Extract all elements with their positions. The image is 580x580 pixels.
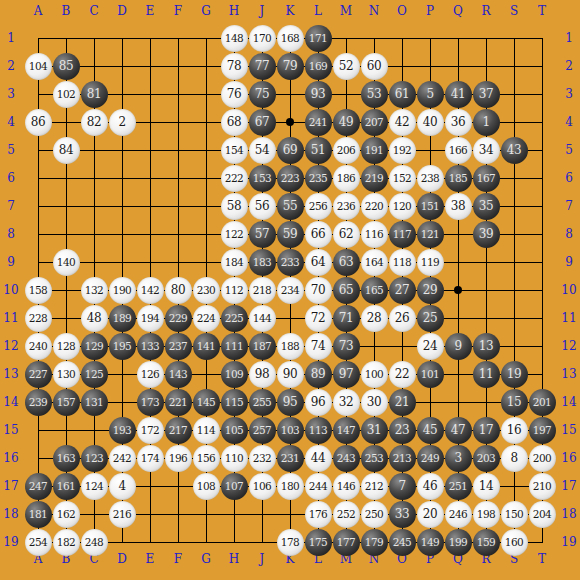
stone: 97 (333, 361, 360, 388)
stone: 198 (473, 501, 500, 528)
stone: 5 (417, 81, 444, 108)
stone: 93 (305, 81, 332, 108)
stone: 177 (333, 529, 360, 556)
stone: 119 (417, 249, 444, 276)
stone: 122 (221, 221, 248, 248)
stone: 55 (277, 193, 304, 220)
stone: 168 (277, 25, 304, 52)
stone: 114 (193, 417, 220, 444)
row-label: 9 (558, 252, 580, 272)
stone: 223 (277, 165, 304, 192)
stone: 64 (305, 249, 332, 276)
stone: 172 (137, 417, 164, 444)
col-label: O (388, 1, 416, 21)
row-label: 14 (0, 392, 22, 412)
stone: 241 (305, 109, 332, 136)
stone: 193 (109, 417, 136, 444)
stone: 231 (277, 445, 304, 472)
stone: 61 (389, 81, 416, 108)
row-label: 8 (0, 224, 22, 244)
stone: 78 (221, 53, 248, 80)
stone: 63 (333, 249, 360, 276)
stone: 98 (249, 361, 276, 388)
stone: 245 (389, 529, 416, 556)
stone: 95 (277, 389, 304, 416)
stone: 32 (333, 389, 360, 416)
stone: 167 (473, 165, 500, 192)
row-label: 16 (0, 448, 22, 468)
stone: 144 (249, 305, 276, 332)
row-label: 10 (558, 280, 580, 300)
stone: 133 (137, 333, 164, 360)
stone: 190 (109, 277, 136, 304)
stone: 251 (445, 473, 472, 500)
row-label: 19 (558, 532, 580, 552)
stone: 68 (221, 109, 248, 136)
go-game-record-diagram: ABCDEFGHJKLMNOPQRST ABCDEFGHJKLMNOPQRST … (0, 0, 580, 580)
stone: 3 (445, 445, 472, 472)
stone: 158 (25, 277, 52, 304)
stone: 247 (25, 473, 52, 500)
stone: 33 (389, 501, 416, 528)
stone: 65 (333, 277, 360, 304)
stone: 112 (221, 277, 248, 304)
stone: 228 (25, 305, 52, 332)
row-label: 1 (558, 28, 580, 48)
stone: 182 (53, 529, 80, 556)
stone: 69 (277, 137, 304, 164)
stone: 184 (221, 249, 248, 276)
stone: 58 (221, 193, 248, 220)
stone: 187 (249, 333, 276, 360)
stone: 86 (25, 109, 52, 136)
stone: 89 (305, 361, 332, 388)
stone: 101 (417, 361, 444, 388)
stone: 189 (109, 305, 136, 332)
col-label: H (220, 1, 248, 21)
stone: 85 (53, 53, 80, 80)
stone: 246 (445, 501, 472, 528)
stone: 90 (277, 361, 304, 388)
col-label: K (276, 1, 304, 21)
stone: 54 (249, 137, 276, 164)
stone: 230 (193, 277, 220, 304)
stone: 36 (445, 109, 472, 136)
row-label: 9 (0, 252, 22, 272)
stone: 250 (361, 501, 388, 528)
stone: 79 (277, 53, 304, 80)
stone: 131 (81, 389, 108, 416)
stone: 59 (277, 221, 304, 248)
stone: 123 (81, 445, 108, 472)
stone: 28 (361, 305, 388, 332)
stone: 254 (25, 529, 52, 556)
stone: 73 (333, 333, 360, 360)
stone: 2 (109, 109, 136, 136)
col-label: D (108, 1, 136, 21)
row-label: 13 (0, 364, 22, 384)
stone: 257 (249, 417, 276, 444)
stone: 21 (389, 389, 416, 416)
stone: 234 (277, 277, 304, 304)
stone: 31 (361, 417, 388, 444)
stone: 253 (361, 445, 388, 472)
stone: 42 (389, 109, 416, 136)
row-label: 2 (558, 56, 580, 76)
row-label: 17 (558, 476, 580, 496)
stone: 104 (25, 53, 52, 80)
stone: 243 (333, 445, 360, 472)
stone: 148 (221, 25, 248, 52)
stone: 9 (445, 333, 472, 360)
stone: 237 (165, 333, 192, 360)
row-label: 13 (558, 364, 580, 384)
row-label: 10 (0, 280, 22, 300)
stone: 183 (249, 249, 276, 276)
row-label: 4 (0, 112, 22, 132)
row-label: 2 (0, 56, 22, 76)
stone: 108 (193, 473, 220, 500)
stone: 96 (305, 389, 332, 416)
col-label: B (52, 1, 80, 21)
stone: 124 (81, 473, 108, 500)
stone: 147 (333, 417, 360, 444)
stone: 233 (277, 249, 304, 276)
col-label: R (472, 1, 500, 21)
stone: 48 (81, 305, 108, 332)
stone: 121 (417, 221, 444, 248)
stone: 201 (529, 389, 556, 416)
stone: 7 (389, 473, 416, 500)
row-label: 15 (558, 420, 580, 440)
stone: 176 (305, 501, 332, 528)
col-label: M (332, 1, 360, 21)
stone: 128 (53, 333, 80, 360)
stone: 75 (249, 81, 276, 108)
stone: 77 (249, 53, 276, 80)
stone: 15 (501, 389, 528, 416)
row-label: 6 (0, 168, 22, 188)
stone: 40 (417, 109, 444, 136)
stone: 203 (473, 445, 500, 472)
go-board[interactable]: 1481701681711048578777916952601028176759… (24, 24, 556, 556)
stone: 17 (473, 417, 500, 444)
row-label: 17 (0, 476, 22, 496)
stone: 142 (137, 277, 164, 304)
stone: 240 (25, 333, 52, 360)
row-label: 4 (558, 112, 580, 132)
stone: 107 (221, 473, 248, 500)
stone: 81 (81, 81, 108, 108)
stone: 140 (53, 249, 80, 276)
stone: 25 (417, 305, 444, 332)
stone: 102 (53, 81, 80, 108)
stone: 195 (109, 333, 136, 360)
stone: 1 (473, 109, 500, 136)
stone: 185 (445, 165, 472, 192)
stone: 163 (53, 445, 80, 472)
row-label: 18 (0, 504, 22, 524)
stone: 60 (361, 53, 388, 80)
stone: 242 (109, 445, 136, 472)
stone: 116 (361, 221, 388, 248)
stone: 111 (221, 333, 248, 360)
stone: 222 (221, 165, 248, 192)
stone: 255 (249, 389, 276, 416)
stone: 179 (361, 529, 388, 556)
col-label: S (500, 1, 528, 21)
stone: 11 (473, 361, 500, 388)
stone: 67 (249, 109, 276, 136)
stone: 153 (249, 165, 276, 192)
col-label: A (24, 1, 52, 21)
stone: 171 (305, 25, 332, 52)
stone: 216 (109, 501, 136, 528)
stone: 26 (389, 305, 416, 332)
stone: 141 (193, 333, 220, 360)
stone: 71 (333, 305, 360, 332)
row-label: 12 (558, 336, 580, 356)
stone: 49 (333, 109, 360, 136)
row-label: 18 (558, 504, 580, 524)
stone: 130 (53, 361, 80, 388)
col-label: F (164, 1, 192, 21)
stone: 23 (389, 417, 416, 444)
row-label: 5 (0, 140, 22, 160)
col-label: L (304, 1, 332, 21)
stone: 219 (361, 165, 388, 192)
stone: 41 (445, 81, 472, 108)
stone: 53 (361, 81, 388, 108)
stone: 4 (109, 473, 136, 500)
stone: 166 (445, 137, 472, 164)
stone: 110 (221, 445, 248, 472)
stone: 13 (473, 333, 500, 360)
stone: 239 (25, 389, 52, 416)
stone: 248 (81, 529, 108, 556)
stone: 16 (501, 417, 528, 444)
stone: 159 (473, 529, 500, 556)
stone: 109 (221, 361, 248, 388)
stone: 57 (249, 221, 276, 248)
stone: 30 (361, 389, 388, 416)
stone: 221 (165, 389, 192, 416)
stone: 82 (81, 109, 108, 136)
stone: 178 (277, 529, 304, 556)
stone: 19 (501, 361, 528, 388)
stone: 173 (137, 389, 164, 416)
stone: 213 (389, 445, 416, 472)
star-point (286, 118, 294, 126)
stone: 56 (249, 193, 276, 220)
stone: 186 (333, 165, 360, 192)
stone: 149 (417, 529, 444, 556)
stone: 249 (417, 445, 444, 472)
row-label: 6 (558, 168, 580, 188)
stone: 200 (529, 445, 556, 472)
stone: 24 (417, 333, 444, 360)
stone: 192 (389, 137, 416, 164)
stone: 244 (305, 473, 332, 500)
star-point (454, 286, 462, 294)
row-label: 12 (0, 336, 22, 356)
stone: 175 (305, 529, 332, 556)
stone: 164 (361, 249, 388, 276)
col-label: C (80, 1, 108, 21)
col-label: J (248, 1, 276, 21)
col-label: G (192, 1, 220, 21)
stone: 143 (165, 361, 192, 388)
row-label: 8 (558, 224, 580, 244)
stone: 117 (389, 221, 416, 248)
stone: 152 (389, 165, 416, 192)
stone: 132 (81, 277, 108, 304)
row-label: 15 (0, 420, 22, 440)
stone: 160 (501, 529, 528, 556)
row-label: 7 (0, 196, 22, 216)
stone: 118 (389, 249, 416, 276)
stone: 80 (165, 277, 192, 304)
stone: 165 (361, 277, 388, 304)
stone: 113 (305, 417, 332, 444)
stone: 170 (249, 25, 276, 52)
stone: 218 (249, 277, 276, 304)
row-label: 16 (558, 448, 580, 468)
stone: 51 (305, 137, 332, 164)
row-label: 11 (558, 308, 580, 328)
stone: 84 (53, 137, 80, 164)
row-label: 3 (558, 84, 580, 104)
stone: 14 (473, 473, 500, 500)
stone: 145 (193, 389, 220, 416)
stone: 224 (193, 305, 220, 332)
stone: 174 (137, 445, 164, 472)
row-label: 19 (0, 532, 22, 552)
stone: 180 (277, 473, 304, 500)
stone: 156 (193, 445, 220, 472)
stone: 204 (529, 501, 556, 528)
stone: 37 (473, 81, 500, 108)
stone: 191 (361, 137, 388, 164)
stone: 196 (165, 445, 192, 472)
row-label: 7 (558, 196, 580, 216)
stone: 46 (417, 473, 444, 500)
stone: 207 (361, 109, 388, 136)
stone: 125 (81, 361, 108, 388)
stone: 225 (221, 305, 248, 332)
stone: 238 (417, 165, 444, 192)
stone: 66 (305, 221, 332, 248)
stone: 151 (417, 193, 444, 220)
stone: 235 (305, 165, 332, 192)
stone: 220 (361, 193, 388, 220)
stone: 210 (529, 473, 556, 500)
stone: 34 (473, 137, 500, 164)
stone: 199 (445, 529, 472, 556)
stone: 227 (25, 361, 52, 388)
row-label: 14 (558, 392, 580, 412)
stone: 161 (53, 473, 80, 500)
stone: 212 (361, 473, 388, 500)
stone: 154 (221, 137, 248, 164)
stone: 72 (305, 305, 332, 332)
stone: 106 (249, 473, 276, 500)
stone: 100 (361, 361, 388, 388)
stone: 188 (277, 333, 304, 360)
stone: 150 (501, 501, 528, 528)
stone: 115 (221, 389, 248, 416)
stone: 129 (81, 333, 108, 360)
stone: 169 (305, 53, 332, 80)
stone: 44 (305, 445, 332, 472)
stone: 194 (137, 305, 164, 332)
stone: 35 (473, 193, 500, 220)
col-label: P (416, 1, 444, 21)
col-label: E (136, 1, 164, 21)
stone: 146 (333, 473, 360, 500)
stone: 74 (305, 333, 332, 360)
row-label: 5 (558, 140, 580, 160)
stone: 29 (417, 277, 444, 304)
stone: 181 (25, 501, 52, 528)
stone: 22 (389, 361, 416, 388)
stone: 8 (501, 445, 528, 472)
stone: 103 (277, 417, 304, 444)
row-label: 3 (0, 84, 22, 104)
stone: 45 (417, 417, 444, 444)
stone: 76 (221, 81, 248, 108)
stone: 52 (333, 53, 360, 80)
stone: 43 (501, 137, 528, 164)
col-label: T (528, 1, 556, 21)
stone: 162 (53, 501, 80, 528)
stone: 236 (333, 193, 360, 220)
stone: 20 (417, 501, 444, 528)
stone: 206 (333, 137, 360, 164)
stone: 47 (445, 417, 472, 444)
stone: 105 (221, 417, 248, 444)
stone: 39 (473, 221, 500, 248)
stone: 120 (389, 193, 416, 220)
stone: 217 (165, 417, 192, 444)
row-label: 11 (0, 308, 22, 328)
stone: 232 (249, 445, 276, 472)
row-label: 1 (0, 28, 22, 48)
stone: 256 (305, 193, 332, 220)
stone: 252 (333, 501, 360, 528)
stone: 126 (137, 361, 164, 388)
stone: 27 (389, 277, 416, 304)
stone: 70 (305, 277, 332, 304)
stone: 229 (165, 305, 192, 332)
col-label: N (360, 1, 388, 21)
stone: 197 (529, 417, 556, 444)
col-label: Q (444, 1, 472, 21)
stone: 157 (53, 389, 80, 416)
stone: 38 (445, 193, 472, 220)
stone: 62 (333, 221, 360, 248)
